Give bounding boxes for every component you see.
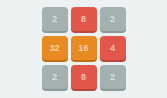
tile-r0c0: 2: [42, 7, 68, 31]
game-stage: 28232164282: [0, 0, 167, 98]
tile-r2c1: 8: [71, 65, 97, 89]
tile-r0c1: 8: [71, 7, 97, 31]
tile-r2c0: 2: [42, 65, 68, 89]
tile-r2c2: 2: [100, 65, 126, 89]
tile-r1c2: 4: [100, 36, 126, 60]
tile-r0c2: 2: [100, 7, 126, 31]
tile-r1c1: 16: [71, 36, 97, 60]
tile-r1c0: 32: [42, 36, 68, 60]
board-2048[interactable]: 28232164282: [42, 7, 126, 89]
